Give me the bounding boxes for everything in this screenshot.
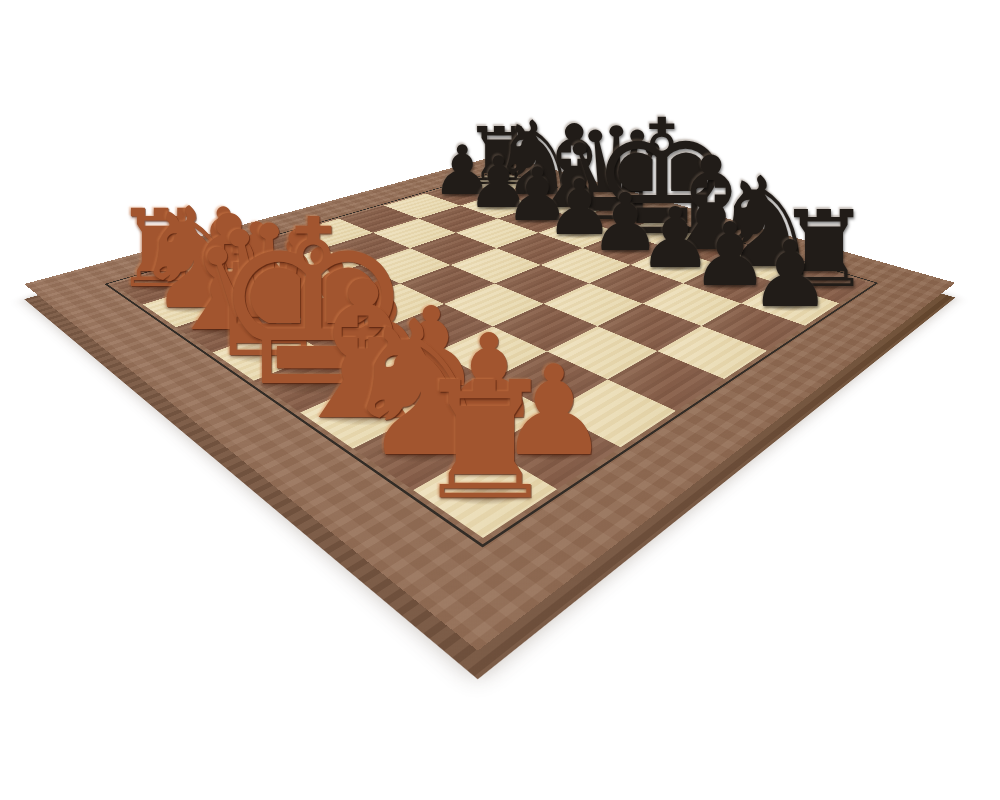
chess-set-photo: ♜♞♝♛♚♝♞♜♟♟♟♟♟♟♟♟♟♟♟♟♟♟♟♟♜♞♝♛♚♝♞♜ [0,0,1000,800]
chess-board [113,172,870,538]
